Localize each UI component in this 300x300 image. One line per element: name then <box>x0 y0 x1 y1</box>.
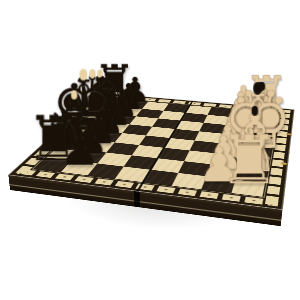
product-photo: ♜♞♝♛♚♝♞♜♟♟♟♟♟♟♟♟♟♟♟♟♟♟♟♟♜♞♝♛♚♝♞♜ <box>0 0 300 300</box>
piece-glyph: ♜ <box>218 126 278 193</box>
piece-glyph: ♟ <box>59 126 99 171</box>
chess-board: ♜♞♝♛♚♝♞♜♟♟♟♟♟♟♟♟♟♟♟♟♟♟♟♟♜♞♝♛♚♝♞♜ <box>8 93 294 210</box>
brass-clasp-icon <box>286 167 287 179</box>
